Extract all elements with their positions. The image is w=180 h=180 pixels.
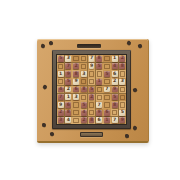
cell-r6c9[interactable] (119, 94, 126, 101)
plaque-engraving (81, 133, 102, 137)
carved-square (97, 71, 102, 76)
cell-r1c4[interactable] (80, 55, 87, 62)
cream-tile-6[interactable]: 6 (96, 117, 102, 123)
cell-r4c5[interactable] (88, 78, 95, 85)
carved-square (81, 95, 86, 100)
cell-r3c6[interactable] (96, 70, 103, 77)
corner-stud-icon (126, 40, 131, 45)
carved-square (104, 56, 109, 61)
cell-r5c3[interactable]: 6 (72, 86, 79, 93)
maroon-tile-6[interactable]: 6 (73, 87, 79, 93)
cell-r1c6[interactable]: 8 (96, 55, 103, 62)
cell-r5c1[interactable]: 4 (57, 86, 64, 93)
carved-square (73, 118, 78, 123)
carved-square (89, 71, 94, 76)
corner-stud-icon (42, 123, 47, 128)
cell-r7c3[interactable] (72, 101, 79, 108)
cell-r6c1[interactable]: 7 (57, 94, 64, 101)
carved-square (97, 87, 102, 92)
maroon-tile-5[interactable]: 5 (65, 79, 71, 85)
carved-square (120, 95, 125, 100)
cell-r8c2[interactable]: 8 (65, 109, 72, 116)
maroon-tile-9[interactable]: 9 (119, 117, 125, 123)
grid-frame: 5378127295481983565912342685797132596578… (52, 50, 131, 129)
cell-r2c6[interactable]: 5 (96, 63, 103, 70)
carved-square (97, 95, 102, 100)
maroon-tile-2[interactable]: 2 (73, 63, 79, 69)
cell-r6c4[interactable] (80, 94, 87, 101)
carved-square (89, 110, 94, 115)
cell-r5c2[interactable]: 2 (65, 86, 72, 93)
maroon-tile-5[interactable]: 5 (96, 63, 102, 69)
photo-stage: 5378127295481983565912342685797132596578… (0, 0, 180, 180)
cell-r3c8[interactable]: 6 (111, 70, 118, 77)
carved-square (104, 79, 109, 84)
corner-stud-icon (132, 125, 137, 130)
cell-r9c6[interactable]: 6 (96, 117, 103, 124)
carved-square (120, 87, 125, 92)
cell-r8c6[interactable]: 9 (96, 109, 103, 116)
cell-r5c9[interactable] (119, 86, 126, 93)
cell-r4c9[interactable]: 3 (119, 78, 126, 85)
maroon-tile-5[interactable]: 5 (89, 87, 95, 93)
cream-tile-7[interactable]: 7 (104, 87, 110, 93)
edge-stud-icon (42, 84, 48, 90)
cream-tile-5[interactable]: 5 (119, 110, 125, 116)
cell-r1c2[interactable]: 3 (65, 55, 72, 62)
maroon-tile-8[interactable]: 8 (96, 56, 102, 62)
cell-r9c8[interactable]: 7 (111, 117, 118, 124)
cell-r4c4[interactable] (80, 78, 87, 85)
cream-tile-7[interactable]: 7 (89, 56, 95, 62)
cell-r1c7[interactable] (103, 55, 110, 62)
maroon-tile-2[interactable]: 2 (58, 110, 64, 116)
maroon-tile-5[interactable]: 5 (104, 71, 110, 77)
cell-r2c4[interactable] (80, 63, 87, 70)
cell-r3c9[interactable] (119, 70, 126, 77)
carved-square (89, 102, 94, 107)
corner-stud-icon (137, 43, 142, 48)
sudoku-grid: 5378127295481983565912342685797132596578… (57, 55, 126, 124)
cell-r3c4[interactable]: 3 (80, 70, 87, 77)
carved-square (104, 95, 109, 100)
cell-r4c8[interactable]: 2 (111, 78, 118, 85)
cell-r6c2[interactable]: 1 (65, 94, 72, 101)
carved-square (73, 102, 78, 107)
cell-r7c8[interactable]: 8 (111, 101, 118, 108)
maroon-tile-6[interactable]: 6 (104, 110, 110, 116)
cell-r8c7[interactable]: 6 (103, 109, 110, 116)
maroon-tile-9[interactable]: 9 (96, 110, 102, 116)
cell-r4c2[interactable]: 5 (65, 78, 72, 85)
cell-r1c3[interactable] (72, 55, 79, 62)
cell-r9c3[interactable] (72, 117, 79, 124)
cell-r8c4[interactable]: 4 (80, 109, 87, 116)
cream-tile-7[interactable]: 7 (96, 102, 102, 108)
cell-r2c8[interactable]: 4 (111, 63, 118, 70)
edge-stud-icon (132, 87, 138, 93)
cell-r3c3[interactable]: 8 (72, 70, 79, 77)
cream-tile-6[interactable]: 6 (112, 71, 118, 77)
cell-r7c7[interactable] (103, 101, 110, 108)
corner-stud-icon (40, 43, 45, 48)
carved-square (81, 64, 86, 69)
cream-tile-9[interactable]: 9 (89, 63, 95, 69)
cell-r9c9[interactable]: 9 (119, 117, 126, 124)
cell-r7c6[interactable]: 7 (96, 101, 103, 108)
maroon-tile-5[interactable]: 5 (112, 94, 118, 100)
maroon-tile-7[interactable]: 7 (65, 63, 71, 69)
maroon-tile-4[interactable]: 4 (81, 110, 87, 116)
cell-r9c7[interactable]: 1 (103, 117, 110, 124)
cell-r2c7[interactable] (103, 63, 110, 70)
cell-r5c7[interactable]: 7 (103, 86, 110, 93)
maroon-tile-2[interactable]: 2 (81, 117, 87, 123)
cell-r3c2[interactable]: 9 (65, 70, 72, 77)
cream-tile-4[interactable]: 4 (65, 117, 71, 123)
cream-tile-1[interactable]: 1 (112, 56, 118, 62)
cell-r6c8[interactable]: 5 (111, 94, 118, 101)
carved-square (73, 56, 78, 61)
cell-r7c9[interactable] (119, 101, 126, 108)
cell-r6c3[interactable]: 3 (72, 94, 79, 101)
cell-r8c3[interactable] (72, 109, 79, 116)
cell-r1c9[interactable]: 2 (119, 55, 126, 62)
cell-r2c1[interactable] (57, 63, 64, 70)
maroon-tile-9[interactable]: 9 (65, 71, 71, 77)
cell-r4c7[interactable] (103, 78, 110, 85)
cell-r5c6[interactable] (96, 86, 103, 93)
maroon-tile-1[interactable]: 1 (104, 117, 110, 123)
maroon-tile-8[interactable]: 8 (119, 63, 125, 69)
carved-square (112, 110, 117, 115)
carved-square (89, 79, 94, 84)
cell-r8c8[interactable] (111, 109, 118, 116)
cell-r2c3[interactable]: 2 (72, 63, 79, 70)
cream-tile-3[interactable]: 3 (65, 56, 71, 62)
cell-r4c1[interactable] (57, 78, 64, 85)
cell-r7c1[interactable]: 9 (57, 101, 64, 108)
maroon-tile-8[interactable]: 8 (65, 110, 71, 116)
cell-r8c1[interactable]: 2 (57, 109, 64, 116)
cream-tile-2[interactable]: 2 (112, 79, 118, 85)
cell-r3c1[interactable]: 1 (57, 70, 64, 77)
cell-r3c5[interactable] (88, 70, 95, 77)
cell-r7c2[interactable]: 6 (65, 101, 72, 108)
maroon-tile-5[interactable]: 5 (81, 102, 87, 108)
cream-tile-9[interactable]: 9 (73, 79, 79, 85)
maroon-tile-6[interactable]: 6 (65, 102, 71, 108)
cell-r4c3[interactable]: 9 (72, 78, 79, 85)
carved-square (104, 102, 109, 107)
cell-r8c5[interactable] (88, 109, 95, 116)
cell-r2c9[interactable]: 8 (119, 63, 126, 70)
carved-square (81, 56, 86, 61)
carved-square (120, 71, 125, 76)
carved-square (73, 110, 78, 115)
cream-tile-2[interactable]: 2 (65, 87, 71, 93)
cream-tile-1[interactable]: 1 (58, 71, 64, 77)
cell-r5c5[interactable]: 5 (88, 86, 95, 93)
maroon-tile-5[interactable]: 5 (58, 56, 64, 62)
maroon-tile-3[interactable]: 3 (58, 117, 64, 123)
cell-r7c5[interactable] (88, 101, 95, 108)
maroon-tile-1[interactable]: 1 (96, 79, 102, 85)
carved-square (120, 102, 125, 107)
cell-r3c7[interactable]: 5 (103, 70, 110, 77)
cream-tile-7[interactable]: 7 (112, 117, 118, 123)
cell-r2c2[interactable]: 7 (65, 63, 72, 70)
sudoku-board: 5378127295481983565912342685797132596578… (37, 39, 149, 143)
cell-r5c8[interactable]: 9 (111, 86, 118, 93)
cell-r6c6[interactable] (96, 94, 103, 101)
maroon-tile-7[interactable]: 7 (58, 94, 64, 100)
cell-r5c4[interactable]: 8 (80, 86, 87, 93)
cell-r6c5[interactable]: 2 (88, 94, 95, 101)
cell-r1c8[interactable]: 1 (111, 55, 118, 62)
cell-r9c5[interactable]: 8 (88, 117, 95, 124)
maroon-tile-8[interactable]: 8 (73, 71, 79, 77)
cell-r9c4[interactable]: 2 (80, 117, 87, 124)
cream-tile-3[interactable]: 3 (81, 71, 87, 77)
corner-stud-icon (49, 131, 54, 136)
maroon-tile-2[interactable]: 2 (119, 56, 125, 62)
maroon-tile-4[interactable]: 4 (58, 87, 64, 93)
cell-r6c7[interactable] (103, 94, 110, 101)
cream-tile-9[interactable]: 9 (58, 102, 64, 108)
carved-square (58, 64, 63, 69)
maroon-tile-9[interactable]: 9 (112, 87, 118, 93)
brand-plaque (80, 132, 103, 138)
cream-tile-3[interactable]: 3 (73, 94, 79, 100)
tile-tray-slot[interactable] (77, 44, 101, 48)
cell-r9c1[interactable]: 3 (57, 117, 64, 124)
corner-stud-icon (49, 41, 54, 46)
cell-r1c1[interactable]: 5 (57, 55, 64, 62)
maroon-tile-8[interactable]: 8 (112, 102, 118, 108)
cream-tile-1[interactable]: 1 (65, 94, 71, 100)
cell-r7c4[interactable]: 5 (80, 101, 87, 108)
carved-square (104, 64, 109, 69)
cream-tile-3[interactable]: 3 (119, 79, 125, 85)
cell-r4c6[interactable]: 1 (96, 78, 103, 85)
carved-square (58, 79, 63, 84)
cell-r2c5[interactable]: 9 (88, 63, 95, 70)
maroon-tile-4[interactable]: 4 (112, 63, 118, 69)
cell-r9c2[interactable]: 4 (65, 117, 72, 124)
maroon-tile-8[interactable]: 8 (89, 117, 95, 123)
corner-stud-icon (125, 134, 130, 139)
carved-square (81, 79, 86, 84)
maroon-tile-8[interactable]: 8 (81, 87, 87, 93)
cell-r1c5[interactable]: 7 (88, 55, 95, 62)
maroon-tile-2[interactable]: 2 (89, 94, 95, 100)
cell-r8c9[interactable]: 5 (119, 109, 126, 116)
